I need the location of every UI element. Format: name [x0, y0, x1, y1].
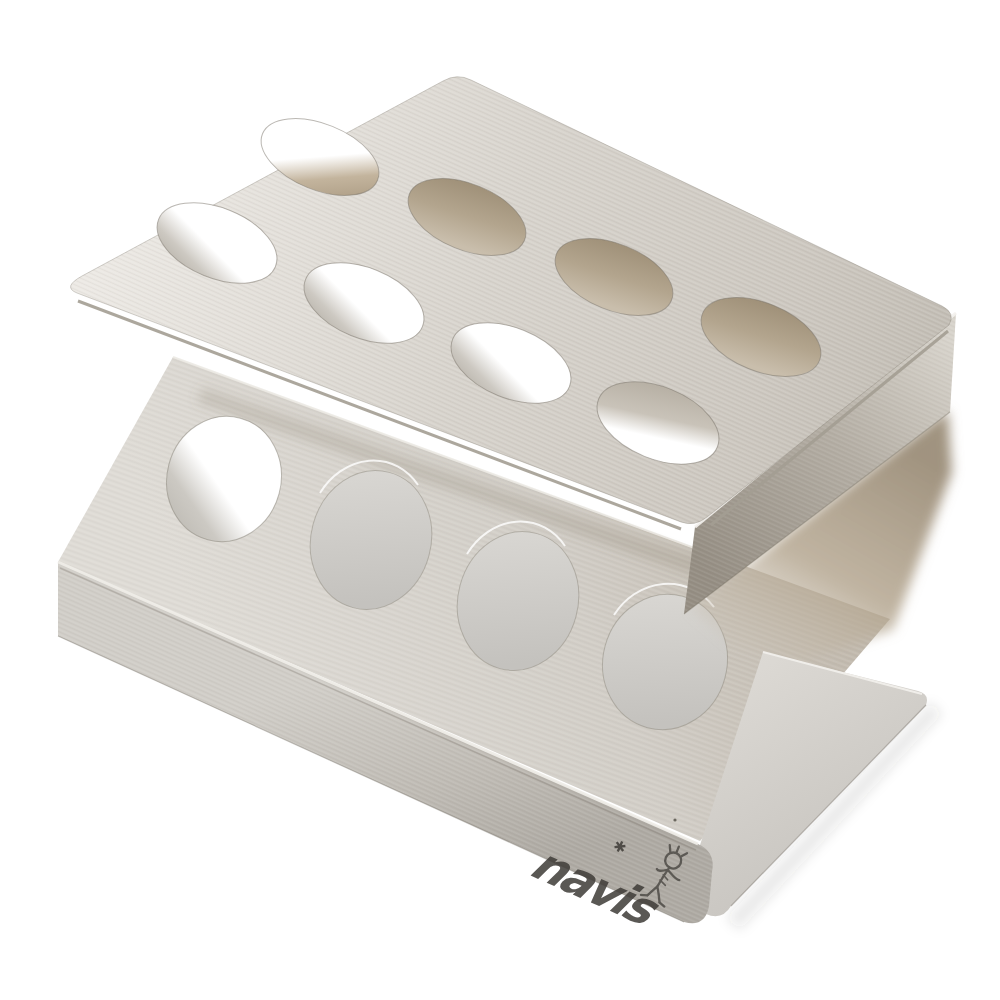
surface-speck	[673, 818, 676, 821]
product-photo: navis ✱	[0, 0, 1000, 1000]
stand-illustration: navis ✱	[0, 0, 1000, 1000]
